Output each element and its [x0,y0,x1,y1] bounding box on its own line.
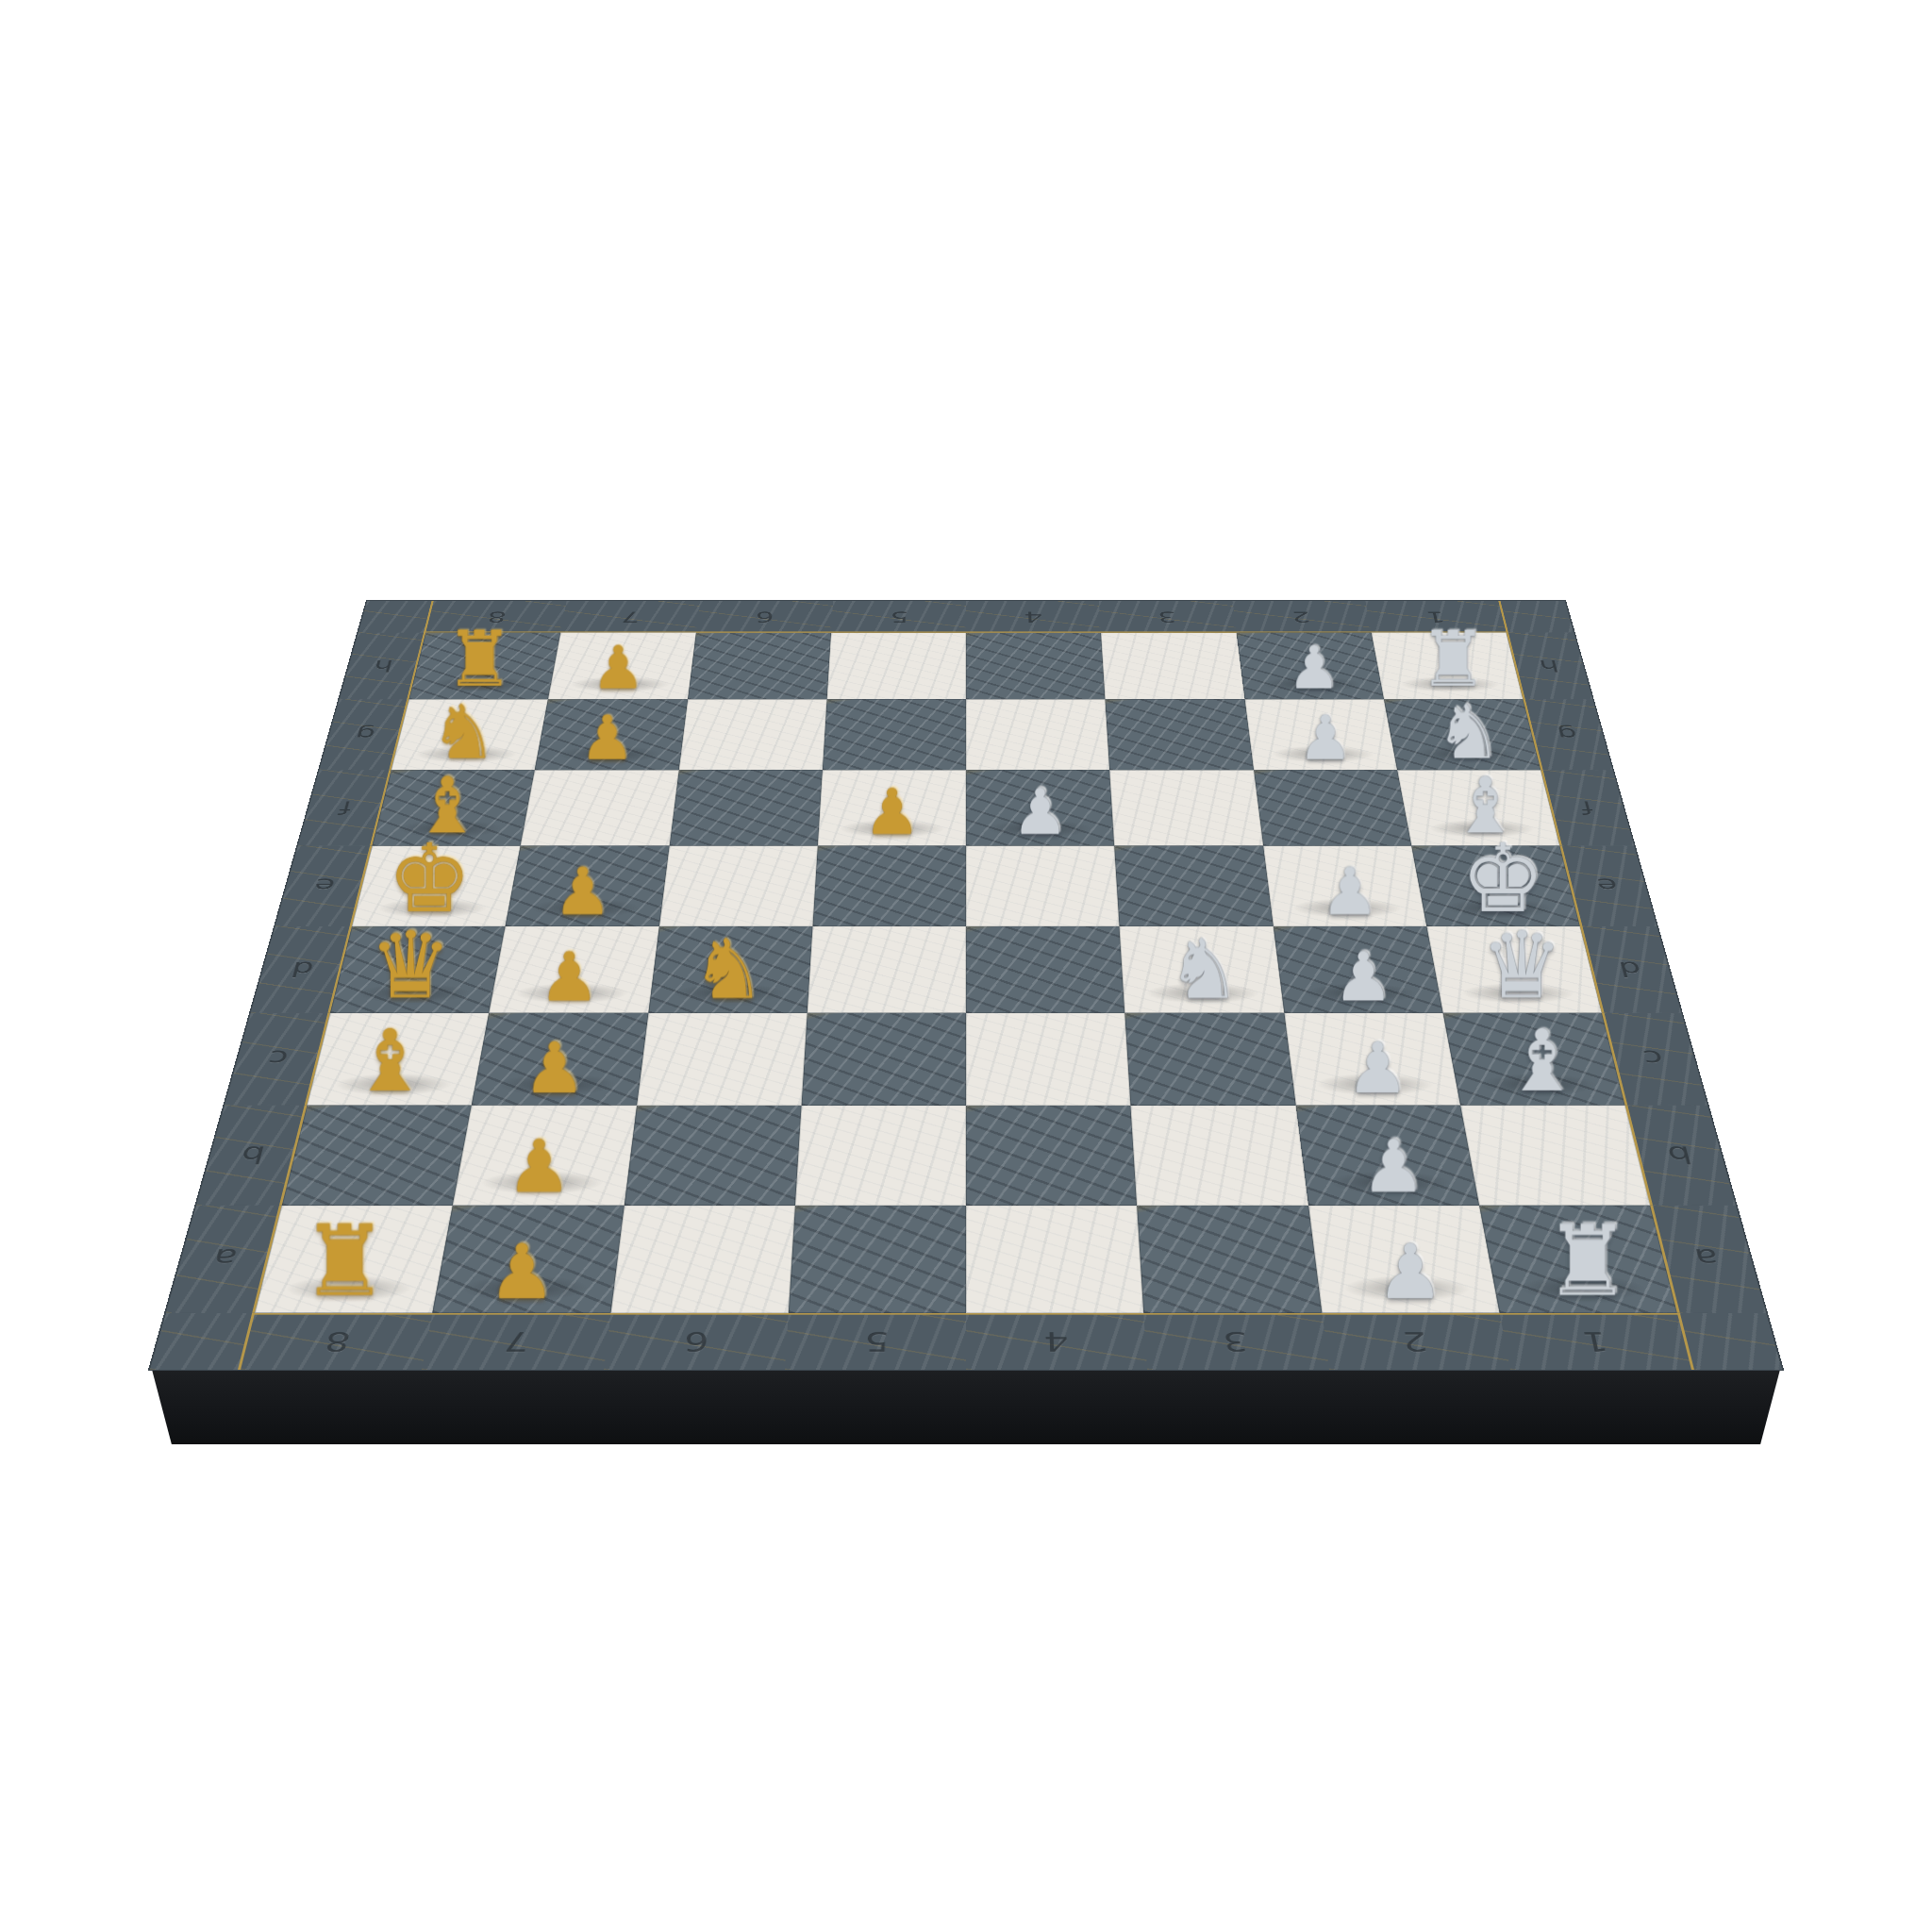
board-square-b7: ♟ [453,1106,637,1206]
board-square-f3 [1109,770,1262,845]
file-label: b [1664,1141,1694,1168]
file-label: e [1594,874,1621,896]
board-square-e5 [812,845,966,926]
rank-label: 5 [863,1326,889,1357]
rank-label-cell: 7 [560,601,699,633]
file-label: d [1616,958,1643,980]
board-square-d2: ♟ [1273,926,1442,1013]
gold-knight-d6: ♞ [649,931,808,1009]
board-square-a7: ♟ [433,1206,625,1313]
board-square-a6 [610,1206,795,1313]
board-square-c2: ♟ [1284,1012,1460,1105]
board-square-b2: ♟ [1295,1106,1479,1206]
silver-bishop-c1: ♝ [1459,1021,1624,1102]
board-square-g3 [1106,699,1254,770]
silver-pawn-e2: ♟ [1273,861,1426,924]
board-square-c6 [637,1012,808,1105]
gold-pawn-h7: ♟ [549,641,688,697]
board-square-h2: ♟ [1236,633,1383,700]
gold-rook-h8: ♜ [409,624,548,696]
board-square-d3: ♞ [1120,926,1284,1013]
board-square-f4: ♟ [966,770,1114,845]
silver-king-e1: ♚ [1426,834,1580,924]
silver-pawn-b2: ♟ [1307,1132,1478,1201]
board-square-a2: ♟ [1308,1206,1500,1313]
board-square-d8: ♛ [330,926,506,1013]
board-square-a4 [966,1206,1143,1313]
board-base-edge [137,1369,1795,1444]
rank-label-cell: 1 [1499,1313,1691,1370]
file-label: a [209,1243,241,1272]
rank-label: 4 [1042,1326,1068,1357]
file-label: c [265,1046,291,1071]
silver-knight-g1: ♞ [1396,696,1540,767]
file-label: a [1691,1243,1723,1272]
board-square-b5 [795,1106,966,1206]
board-square-f2 [1254,770,1411,845]
gold-pawn-a7: ♟ [434,1237,611,1308]
file-label: f [337,797,354,817]
board-square-a1: ♜ [1479,1206,1677,1313]
board-square-g8: ♞ [391,699,548,770]
board-square-b8 [282,1106,472,1206]
board-square-d7: ♟ [490,926,659,1013]
file-label: f [1578,797,1595,817]
gold-queen-d8: ♛ [331,922,490,1009]
board-square-b6 [624,1106,801,1206]
board-square-e6 [659,845,818,926]
board-square-a3 [1137,1206,1322,1313]
rank-label-cell: 6 [604,1313,789,1370]
board-square-d1: ♛ [1426,926,1602,1013]
gold-pawn-f5: ♟ [818,782,966,842]
board-square-h4 [966,633,1106,700]
file-label: d [289,958,316,980]
board-square-g6 [678,699,826,770]
board-square-h3 [1101,633,1244,700]
file-label: g [1555,724,1579,743]
board-square-c8: ♝ [307,1012,489,1105]
rank-label-cell: 5 [785,1313,966,1370]
gold-pawn-b7: ♟ [454,1132,625,1201]
board-border-corner [1677,1313,1782,1370]
board-square-g1: ♞ [1384,699,1541,770]
gold-king-e8: ♚ [353,834,507,924]
board-square-g5 [823,699,966,770]
rank-label-cell: 6 [696,601,833,633]
rank-label-cell: 2 [1232,601,1371,633]
product-photo-scene: 87654321h♜♟♟♜hg♞♟♟♞gf♝♟♟♝fe♚♟♟♚ed♛♟♞♞♟♛d… [0,0,1932,1932]
silver-pawn-d2: ♟ [1283,945,1441,1009]
rank-label: 8 [322,1326,354,1357]
board-square-f6 [669,770,822,845]
board-square-e7: ♟ [506,845,669,926]
board-square-b1 [1460,1106,1650,1206]
silver-queen-d1: ♛ [1442,922,1601,1009]
file-label: c [1641,1046,1667,1071]
rank-label-cell: 3 [1143,1313,1328,1370]
gold-pawn-e7: ♟ [506,861,659,924]
rank-label-cell: 7 [422,1313,610,1370]
rank-label: 3 [1157,608,1176,625]
silver-rook-h1: ♜ [1383,624,1522,696]
board-square-h6 [688,633,831,700]
gold-bishop-c8: ♝ [308,1021,472,1102]
rank-label: 6 [683,1326,710,1357]
rank-label-cell: 4 [966,601,1101,633]
board-square-b3 [1131,1106,1308,1206]
rank-label-cell: 2 [1322,1313,1510,1370]
board-square-f7 [521,770,678,845]
file-label: h [372,657,395,675]
rank-label: 7 [502,1326,532,1357]
board-square-h7: ♟ [548,633,695,700]
rank-label-cell: 5 [831,601,966,633]
silver-pawn-c2: ♟ [1295,1035,1459,1102]
board-square-e3 [1114,845,1273,926]
board-square-e2: ♟ [1263,845,1426,926]
silver-knight-d3: ♞ [1124,931,1283,1009]
board-square-d6: ♞ [648,926,812,1013]
board-square-a8: ♜ [255,1206,453,1313]
board-square-d4 [966,926,1124,1013]
file-label: e [311,874,338,896]
silver-rook-a1: ♜ [1498,1215,1675,1308]
file-label: h [1537,657,1560,675]
rank-label: 7 [620,608,641,625]
board-square-c5 [801,1012,966,1105]
rank-label-cell: 4 [966,1313,1147,1370]
file-label: g [353,724,377,743]
rank-label: 5 [890,608,908,625]
silver-pawn-f4: ♟ [966,782,1114,842]
silver-pawn-a2: ♟ [1321,1237,1498,1308]
rank-label: 2 [1400,1326,1430,1357]
gold-rook-a8: ♜ [256,1215,433,1308]
silver-pawn-h2: ♟ [1244,641,1383,697]
board-square-c4 [966,1012,1131,1105]
gold-pawn-g7: ♟ [536,709,679,768]
board-square-g4 [966,699,1109,770]
board-border-corner [150,1313,255,1370]
gold-pawn-c7: ♟ [473,1035,637,1102]
rank-label: 6 [755,608,774,625]
board-square-g2: ♟ [1244,699,1397,770]
gold-pawn-d7: ♟ [490,945,648,1009]
rank-label: 2 [1291,608,1312,625]
board-square-h5 [826,633,966,700]
rank-label: 1 [1578,1326,1610,1357]
board-square-e4 [966,845,1120,926]
board-square-f5: ♟ [818,770,966,845]
rank-label-cell: 3 [1099,601,1236,633]
rank-label: 3 [1222,1326,1249,1357]
board-square-c7: ♟ [472,1012,648,1105]
board-square-g7: ♟ [535,699,688,770]
chess-board: 87654321h♜♟♟♜hg♞♟♟♞gf♝♟♟♝fe♚♟♟♚ed♛♟♞♞♟♛d… [150,601,1782,1370]
file-label: b [238,1141,268,1168]
board-square-c3 [1124,1012,1295,1105]
silver-pawn-g2: ♟ [1253,709,1396,768]
rank-label-cell: 8 [241,1313,433,1370]
gold-knight-g8: ♞ [391,696,535,767]
board-square-c1: ♝ [1442,1012,1624,1105]
rank-label: 4 [1024,608,1042,625]
board-square-b4 [966,1106,1137,1206]
board-square-d5 [808,926,966,1013]
board-square-a5 [789,1206,966,1313]
